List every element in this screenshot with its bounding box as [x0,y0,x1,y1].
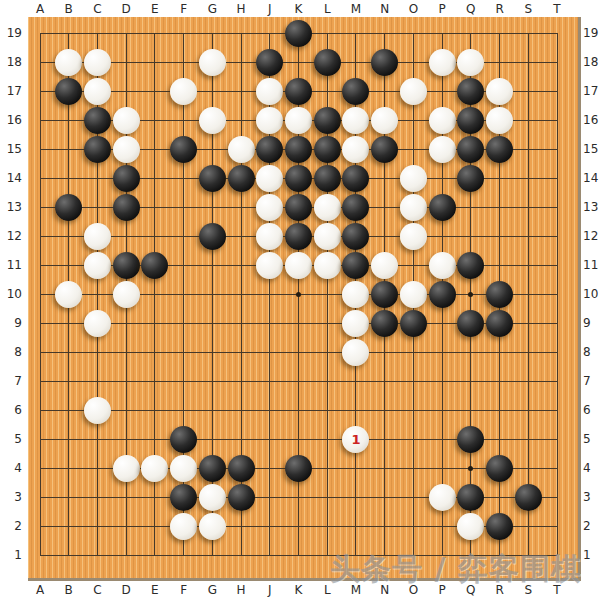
row-label-right-16: 16 [583,112,605,128]
stone-white-F17[interactable] [170,78,197,105]
grid-line-horizontal [40,410,557,411]
stone-black-Q11[interactable] [457,252,484,279]
stone-black-B17[interactable] [55,78,82,105]
stone-black-F5[interactable] [170,426,197,453]
stone-white-G2[interactable] [199,513,226,540]
stone-black-M17[interactable] [342,78,369,105]
row-label-right-8: 8 [583,344,605,360]
col-label-top-B: B [58,1,80,17]
stone-white-N16[interactable] [371,107,398,134]
stone-black-D11[interactable] [113,252,140,279]
stone-black-R10[interactable] [486,281,513,308]
stone-white-M10[interactable] [342,281,369,308]
row-label-left-12: 12 [2,228,22,244]
stone-white-M5[interactable]: 1 [342,426,369,453]
col-label-bottom-J: J [259,582,281,598]
stone-white-P3[interactable] [429,484,456,511]
stone-white-R17[interactable] [486,78,513,105]
row-label-left-6: 6 [2,402,22,418]
stone-black-P13[interactable] [429,194,456,221]
row-label-right-3: 3 [583,489,605,505]
row-label-right-4: 4 [583,460,605,476]
col-label-top-K: K [288,1,310,17]
stone-white-O14[interactable] [400,165,427,192]
stone-black-C15[interactable] [84,136,111,163]
row-label-right-2: 2 [583,518,605,534]
stone-white-D15[interactable] [113,136,140,163]
grid-line-vertical [557,33,558,555]
row-label-right-9: 9 [583,315,605,331]
col-label-top-F: F [173,1,195,17]
row-label-left-8: 8 [2,344,22,360]
star-point [468,292,473,297]
row-label-right-7: 7 [583,373,605,389]
star-point [296,292,301,297]
stone-white-L12[interactable] [314,223,341,250]
stone-white-J12[interactable] [256,223,283,250]
row-label-left-4: 4 [2,460,22,476]
stone-black-N18[interactable] [371,49,398,76]
row-label-left-2: 2 [2,518,22,534]
stone-black-L16[interactable] [314,107,341,134]
col-label-top-J: J [259,1,281,17]
stone-black-G12[interactable] [199,223,226,250]
stone-black-Q9[interactable] [457,310,484,337]
row-label-left-9: 9 [2,315,22,331]
grid-line-vertical [528,33,529,555]
stone-white-M16[interactable] [342,107,369,134]
stone-white-H15[interactable] [228,136,255,163]
col-label-top-R: R [489,1,511,17]
stone-black-R2[interactable] [486,513,513,540]
stone-black-M11[interactable] [342,252,369,279]
stone-black-R15[interactable] [486,136,513,163]
stone-black-C16[interactable] [84,107,111,134]
row-label-right-1: 1 [583,547,605,563]
go-board[interactable]: 1 [28,17,581,581]
stone-white-R16[interactable] [486,107,513,134]
row-label-left-16: 16 [2,112,22,128]
row-label-right-6: 6 [583,402,605,418]
row-label-left-3: 3 [2,489,22,505]
stone-black-K13[interactable] [285,194,312,221]
stone-white-C9[interactable] [84,310,111,337]
stone-black-H3[interactable] [228,484,255,511]
stone-white-Q18[interactable] [457,49,484,76]
stone-white-D4[interactable] [113,455,140,482]
grid-line-horizontal [40,381,557,382]
stone-white-O12[interactable] [400,223,427,250]
col-label-bottom-C: C [86,582,108,598]
stone-white-F4[interactable] [170,455,197,482]
row-label-right-19: 19 [583,25,605,41]
stone-white-F2[interactable] [170,513,197,540]
row-label-left-1: 1 [2,547,22,563]
stone-white-J11[interactable] [256,252,283,279]
stone-black-H4[interactable] [228,455,255,482]
stone-white-L11[interactable] [314,252,341,279]
stone-black-D14[interactable] [113,165,140,192]
stone-white-N11[interactable] [371,252,398,279]
stone-black-R9[interactable] [486,310,513,337]
stone-white-E4[interactable] [141,455,168,482]
go-diagram: 1 头条号 / 弈客围棋 AABBCCDDEEFFGGHHJJKKLLMMNNO… [0,0,606,599]
stone-white-D16[interactable] [113,107,140,134]
col-label-top-D: D [115,1,137,17]
stone-white-O13[interactable] [400,194,427,221]
row-label-left-5: 5 [2,431,22,447]
col-label-top-O: O [402,1,424,17]
stone-white-B18[interactable] [55,49,82,76]
row-label-right-12: 12 [583,228,605,244]
stone-white-K11[interactable] [285,252,312,279]
stone-white-G3[interactable] [199,484,226,511]
col-label-top-C: C [86,1,108,17]
row-label-left-11: 11 [2,257,22,273]
watermark-text: 头条号 / 弈客围棋 [330,549,582,590]
stone-white-G16[interactable] [199,107,226,134]
stone-black-K19[interactable] [285,20,312,47]
col-label-top-P: P [431,1,453,17]
stone-black-E11[interactable] [141,252,168,279]
col-label-bottom-G: G [201,582,223,598]
col-label-top-S: S [517,1,539,17]
row-label-right-11: 11 [583,257,605,273]
stone-black-P10[interactable] [429,281,456,308]
row-label-right-14: 14 [583,170,605,186]
stone-white-M9[interactable] [342,310,369,337]
stone-black-L14[interactable] [314,165,341,192]
stone-black-S3[interactable] [515,484,542,511]
stone-white-C6[interactable] [84,397,111,424]
stone-black-Q14[interactable] [457,165,484,192]
stone-black-K15[interactable] [285,136,312,163]
col-label-top-L: L [316,1,338,17]
stone-black-L18[interactable] [314,49,341,76]
stone-black-J15[interactable] [256,136,283,163]
col-label-bottom-F: F [173,582,195,598]
stone-black-O9[interactable] [400,310,427,337]
stone-white-C11[interactable] [84,252,111,279]
stone-black-M13[interactable] [342,194,369,221]
move-number-label: 1 [342,426,369,453]
stone-black-N9[interactable] [371,310,398,337]
stone-white-O10[interactable] [400,281,427,308]
row-label-right-10: 10 [583,286,605,302]
stone-black-Q3[interactable] [457,484,484,511]
stone-white-J14[interactable] [256,165,283,192]
stone-white-C17[interactable] [84,78,111,105]
stone-black-M12[interactable] [342,223,369,250]
stone-black-B13[interactable] [55,194,82,221]
col-label-bottom-H: H [230,582,252,598]
stone-white-B10[interactable] [55,281,82,308]
row-label-left-17: 17 [2,83,22,99]
row-label-left-19: 19 [2,25,22,41]
stone-black-N15[interactable] [371,136,398,163]
stone-white-O17[interactable] [400,78,427,105]
stone-white-J13[interactable] [256,194,283,221]
col-label-bottom-K: K [288,582,310,598]
stone-black-L15[interactable] [314,136,341,163]
stone-black-K12[interactable] [285,223,312,250]
stone-white-P16[interactable] [429,107,456,134]
col-label-top-E: E [144,1,166,17]
row-label-left-18: 18 [2,54,22,70]
col-label-top-T: T [546,1,568,17]
stone-white-J17[interactable] [256,78,283,105]
row-label-right-13: 13 [583,199,605,215]
row-label-left-15: 15 [2,141,22,157]
row-label-right-17: 17 [583,83,605,99]
stone-black-R4[interactable] [486,455,513,482]
stone-white-M15[interactable] [342,136,369,163]
stone-black-G14[interactable] [199,165,226,192]
stone-black-F15[interactable] [170,136,197,163]
stone-white-L13[interactable] [314,194,341,221]
stone-black-G4[interactable] [199,455,226,482]
row-label-left-14: 14 [2,170,22,186]
stone-black-D13[interactable] [113,194,140,221]
stone-white-Q2[interactable] [457,513,484,540]
stone-white-M8[interactable] [342,339,369,366]
stone-white-C12[interactable] [84,223,111,250]
stone-black-N10[interactable] [371,281,398,308]
col-label-bottom-E: E [144,582,166,598]
stone-black-K17[interactable] [285,78,312,105]
row-label-left-7: 7 [2,373,22,389]
stone-black-K4[interactable] [285,455,312,482]
row-label-right-5: 5 [583,431,605,447]
stone-white-D10[interactable] [113,281,140,308]
stone-black-Q17[interactable] [457,78,484,105]
col-label-top-N: N [374,1,396,17]
stone-black-J18[interactable] [256,49,283,76]
stone-black-K14[interactable] [285,165,312,192]
stone-white-P11[interactable] [429,252,456,279]
star-point [468,466,473,471]
col-label-top-H: H [230,1,252,17]
col-label-top-A: A [29,1,51,17]
stone-white-J16[interactable] [256,107,283,134]
stone-white-P15[interactable] [429,136,456,163]
row-label-left-13: 13 [2,199,22,215]
stone-black-F3[interactable] [170,484,197,511]
stone-white-P18[interactable] [429,49,456,76]
col-label-top-G: G [201,1,223,17]
stone-black-Q15[interactable] [457,136,484,163]
grid-line-horizontal [40,352,557,353]
col-label-top-Q: Q [460,1,482,17]
row-label-right-15: 15 [583,141,605,157]
col-label-bottom-D: D [115,582,137,598]
stone-white-C18[interactable] [84,49,111,76]
col-label-top-M: M [345,1,367,17]
stone-black-M14[interactable] [342,165,369,192]
stone-black-H14[interactable] [228,165,255,192]
stone-black-Q16[interactable] [457,107,484,134]
stone-white-G18[interactable] [199,49,226,76]
row-label-right-18: 18 [583,54,605,70]
col-label-bottom-B: B [58,582,80,598]
stone-white-K16[interactable] [285,107,312,134]
col-label-bottom-A: A [29,582,51,598]
row-label-left-10: 10 [2,286,22,302]
stone-black-Q5[interactable] [457,426,484,453]
